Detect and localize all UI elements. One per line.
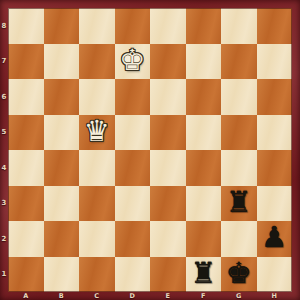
square-a4[interactable]	[8, 150, 44, 186]
black-rook[interactable]: ♜	[190, 259, 216, 290]
square-h3[interactable]	[257, 186, 293, 222]
square-b4[interactable]	[44, 150, 80, 186]
square-c5[interactable]: ♛	[79, 115, 115, 151]
square-d7[interactable]: ♚	[115, 44, 151, 80]
square-h1[interactable]	[257, 257, 293, 293]
rank-label-4: 4	[0, 150, 8, 186]
file-label-c: C	[79, 292, 115, 300]
square-a8[interactable]	[8, 8, 44, 44]
file-label-g: G	[221, 292, 257, 300]
square-b8[interactable]	[44, 8, 80, 44]
square-h5[interactable]	[257, 115, 293, 151]
square-c3[interactable]	[79, 186, 115, 222]
square-e4[interactable]	[150, 150, 186, 186]
square-f5[interactable]	[186, 115, 222, 151]
square-a6[interactable]	[8, 79, 44, 115]
square-d5[interactable]	[115, 115, 151, 151]
square-g2[interactable]	[221, 221, 257, 257]
square-f2[interactable]	[186, 221, 222, 257]
square-h6[interactable]	[257, 79, 293, 115]
square-g5[interactable]	[221, 115, 257, 151]
square-g1[interactable]: ♚	[221, 257, 257, 293]
black-pawn[interactable]: ♟	[261, 223, 287, 254]
square-d6[interactable]	[115, 79, 151, 115]
square-a3[interactable]	[8, 186, 44, 222]
square-f7[interactable]	[186, 44, 222, 80]
square-c4[interactable]	[79, 150, 115, 186]
square-e8[interactable]	[150, 8, 186, 44]
rank-labels: 87654321	[0, 8, 8, 292]
square-e6[interactable]	[150, 79, 186, 115]
white-king[interactable]: ♚	[119, 46, 145, 77]
rank-label-7: 7	[0, 44, 8, 80]
file-label-h: H	[257, 292, 293, 300]
file-label-f: F	[186, 292, 222, 300]
square-d3[interactable]	[115, 186, 151, 222]
square-b3[interactable]	[44, 186, 80, 222]
file-labels: ABCDEFGH	[8, 292, 292, 300]
rank-label-6: 6	[0, 79, 8, 115]
square-a2[interactable]	[8, 221, 44, 257]
square-c8[interactable]	[79, 8, 115, 44]
square-g3[interactable]: ♜	[221, 186, 257, 222]
square-e7[interactable]	[150, 44, 186, 80]
square-d1[interactable]	[115, 257, 151, 293]
square-h7[interactable]	[257, 44, 293, 80]
square-f4[interactable]	[186, 150, 222, 186]
square-f1[interactable]: ♜	[186, 257, 222, 293]
square-d8[interactable]	[115, 8, 151, 44]
square-d2[interactable]	[115, 221, 151, 257]
square-g7[interactable]	[221, 44, 257, 80]
square-c7[interactable]	[79, 44, 115, 80]
black-rook[interactable]: ♜	[226, 188, 252, 219]
file-label-b: B	[44, 292, 80, 300]
square-c1[interactable]	[79, 257, 115, 293]
square-b2[interactable]	[44, 221, 80, 257]
square-h4[interactable]	[257, 150, 293, 186]
square-d4[interactable]	[115, 150, 151, 186]
file-label-e: E	[150, 292, 186, 300]
square-a7[interactable]	[8, 44, 44, 80]
square-h2[interactable]: ♟	[257, 221, 293, 257]
square-f6[interactable]	[186, 79, 222, 115]
square-c6[interactable]	[79, 79, 115, 115]
square-a5[interactable]	[8, 115, 44, 151]
rank-label-3: 3	[0, 186, 8, 222]
square-b7[interactable]	[44, 44, 80, 80]
square-e5[interactable]	[150, 115, 186, 151]
square-f3[interactable]	[186, 186, 222, 222]
square-g4[interactable]	[221, 150, 257, 186]
chess-board: ♚♛♜♟♜♚	[8, 8, 292, 292]
rank-label-2: 2	[0, 221, 8, 257]
square-b1[interactable]	[44, 257, 80, 293]
square-g6[interactable]	[221, 79, 257, 115]
chess-board-frame: 87654321 ABCDEFGH ♚♛♜♟♜♚	[0, 0, 300, 300]
square-h8[interactable]	[257, 8, 293, 44]
square-a1[interactable]	[8, 257, 44, 293]
file-label-a: A	[8, 292, 44, 300]
square-e3[interactable]	[150, 186, 186, 222]
white-queen[interactable]: ♛	[84, 117, 110, 148]
file-label-d: D	[115, 292, 151, 300]
square-b6[interactable]	[44, 79, 80, 115]
square-c2[interactable]	[79, 221, 115, 257]
square-e1[interactable]	[150, 257, 186, 293]
rank-label-8: 8	[0, 8, 8, 44]
square-f8[interactable]	[186, 8, 222, 44]
rank-label-5: 5	[0, 115, 8, 151]
square-g8[interactable]	[221, 8, 257, 44]
square-b5[interactable]	[44, 115, 80, 151]
rank-label-1: 1	[0, 257, 8, 293]
square-e2[interactable]	[150, 221, 186, 257]
black-king[interactable]: ♚	[226, 259, 252, 290]
